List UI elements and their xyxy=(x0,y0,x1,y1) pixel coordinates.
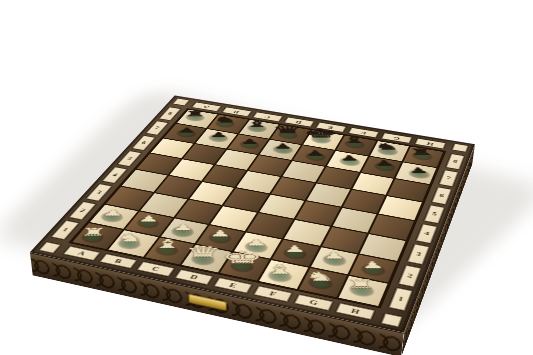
product-photo: AA88BB77CC66DD55EE44FF33GG22HH11 ♜♞♝♛♚♝♞… xyxy=(0,0,533,355)
rank-label-left-6-text: 6 xyxy=(140,141,147,145)
square-h3 xyxy=(360,234,405,261)
rank-label-left-4-text: 4 xyxy=(111,173,119,178)
rank-label-left-8-text: 8 xyxy=(167,112,174,116)
file-label-back-h-text: H xyxy=(426,141,434,146)
square-g3 xyxy=(322,227,368,253)
square-h5 xyxy=(379,196,422,220)
file-label-back-b-text: B xyxy=(233,110,241,114)
file-label-back-c-text: C xyxy=(264,115,272,119)
file-label-back-a-text: A xyxy=(202,105,210,109)
rank-label-left-7-text: 7 xyxy=(154,126,161,130)
square-f3 xyxy=(284,220,330,246)
square-e3 xyxy=(247,213,293,238)
square-b3 xyxy=(140,193,186,217)
square-h4 xyxy=(370,215,414,240)
file-label-back-g-text: G xyxy=(393,136,401,141)
file-label-back-d-text: D xyxy=(295,120,303,124)
file-label-back-e-text: E xyxy=(327,125,334,129)
brass-latch-icon xyxy=(188,294,226,311)
rank-label-left-5-text: 5 xyxy=(126,156,133,161)
rank-label-right-8-text: 8 xyxy=(452,159,458,164)
file-label-back-f-text: F xyxy=(360,130,367,134)
square-f4 xyxy=(296,201,340,225)
rank-label-right-7-text: 7 xyxy=(446,176,452,181)
square-e4 xyxy=(259,195,304,219)
